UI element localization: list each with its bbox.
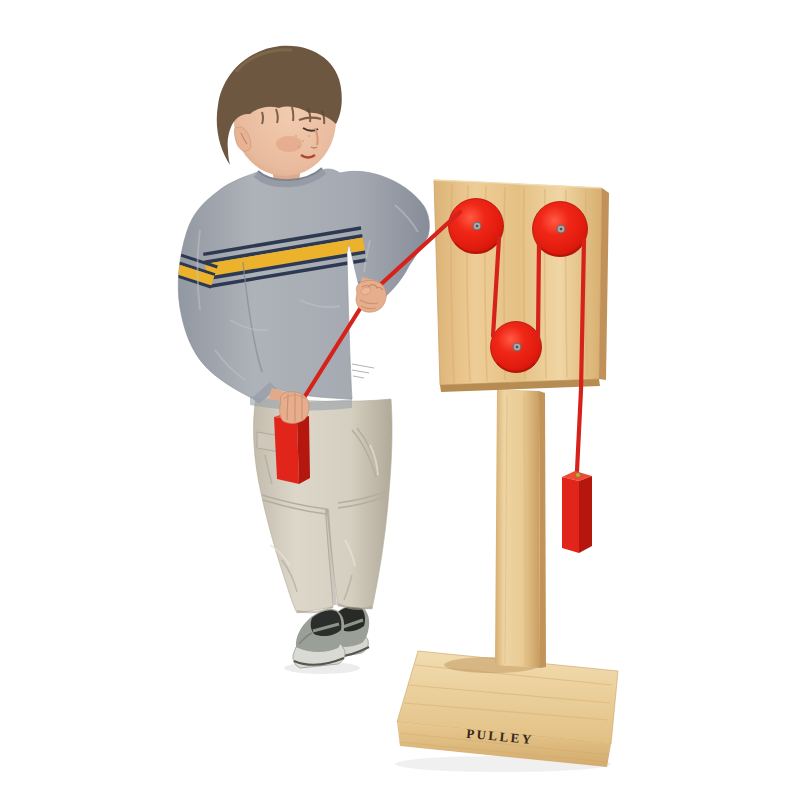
hanging-weight xyxy=(562,471,592,553)
pulley-top-left xyxy=(449,199,504,254)
weight-eyelet xyxy=(576,473,581,478)
cheek-blush xyxy=(276,136,302,152)
left-hand-fingers xyxy=(280,392,309,424)
pulley-bottom-center xyxy=(491,322,542,373)
weight-side-face xyxy=(579,476,592,553)
held-weight-front xyxy=(274,417,299,484)
photo-stage: PULLEY xyxy=(0,0,800,800)
cord-bottom-to-right xyxy=(538,243,539,338)
post-face xyxy=(495,389,540,668)
post-side-edge xyxy=(539,391,546,668)
stand-post xyxy=(495,389,546,668)
held-weight-side xyxy=(297,416,310,484)
weight-front-face xyxy=(562,477,579,553)
scene: PULLEY xyxy=(0,0,800,800)
white-background xyxy=(0,0,800,800)
